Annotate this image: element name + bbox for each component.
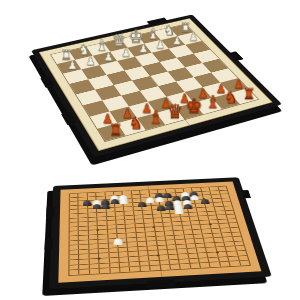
chess-piece-red-queen[interactable]: ♛ xyxy=(166,102,182,121)
go-grid-cell xyxy=(119,266,130,272)
go-grid-cell xyxy=(236,250,247,255)
go-board-surface xyxy=(58,182,261,283)
chess-piece-white-pawn[interactable]: ♟ xyxy=(103,51,113,62)
chess-piece-white-pawn[interactable]: ♟ xyxy=(188,31,197,42)
chess-clasp-tab xyxy=(61,112,77,126)
chess-piece-red-rook[interactable]: ♜ xyxy=(109,122,122,137)
chess-piece-red-bishop[interactable]: ♝ xyxy=(148,110,163,127)
go-grid-cell xyxy=(109,267,119,273)
go-grid-cell xyxy=(68,269,78,275)
chess-board-grid: ♜♞♝♛♚♝♞♜♟♟♟♟♟♟♟♟♟♟♟♟♟♟♟♟♜♞♝♛♚♝♞♜ xyxy=(50,24,259,142)
chess-piece-red-knight[interactable]: ♞ xyxy=(224,90,237,106)
go-grid-cell xyxy=(238,260,249,266)
chess-piece-red-knight[interactable]: ♞ xyxy=(128,116,142,132)
go-grid-cell xyxy=(89,268,99,274)
chess-piece-white-pawn[interactable]: ♟ xyxy=(85,55,95,67)
chess-piece-white-pawn[interactable]: ♟ xyxy=(138,43,148,54)
chess-piece-white-pawn[interactable]: ♟ xyxy=(121,47,131,58)
chess-piece-white-pawn[interactable]: ♟ xyxy=(155,39,165,50)
go-clasp-tab xyxy=(46,207,54,217)
chess-piece-red-rook[interactable]: ♜ xyxy=(242,87,254,101)
go-grid-cell xyxy=(129,266,140,272)
go-grid-cell xyxy=(139,265,150,271)
chess-clasp-tab xyxy=(40,76,55,88)
chess-square[interactable]: ♜ xyxy=(98,123,126,141)
go-board-frame xyxy=(49,177,272,289)
go-clasp-tab xyxy=(44,238,53,250)
go-grid-cell xyxy=(143,218,153,223)
go-clasp-tab xyxy=(241,190,251,199)
chess-set: ♜♞♝♛♚♝♞♜♟♟♟♟♟♟♟♟♟♟♟♟♟♟♟♟♜♞♝♛♚♝♞♜ xyxy=(31,14,282,157)
chess-piece-white-pawn[interactable]: ♟ xyxy=(172,35,181,46)
product-photo-scene: ♜♞♝♛♚♝♞♜♟♟♟♟♟♟♟♟♟♟♟♟♟♟♟♟♜♞♝♛♚♝♞♜ xyxy=(0,0,300,300)
go-grid-cell xyxy=(99,268,109,274)
go-grid-cell xyxy=(79,269,89,275)
chess-board-margin: ♜♞♝♛♚♝♞♜♟♟♟♟♟♟♟♟♟♟♟♟♟♟♟♟♜♞♝♛♚♝♞♜ xyxy=(39,18,273,151)
go-clasp-tab xyxy=(147,279,177,288)
chess-piece-white-pawn[interactable]: ♟ xyxy=(67,60,77,72)
go-set xyxy=(49,177,272,289)
chess-board-frame: ♜♞♝♛♚♝♞♜♟♟♟♟♟♟♟♟♟♟♟♟♟♟♟♟♜♞♝♛♚♝♞♜ xyxy=(31,14,282,157)
chess-piece-red-bishop[interactable]: ♝ xyxy=(205,94,219,111)
chess-piece-red-king[interactable]: ♚ xyxy=(185,96,202,116)
